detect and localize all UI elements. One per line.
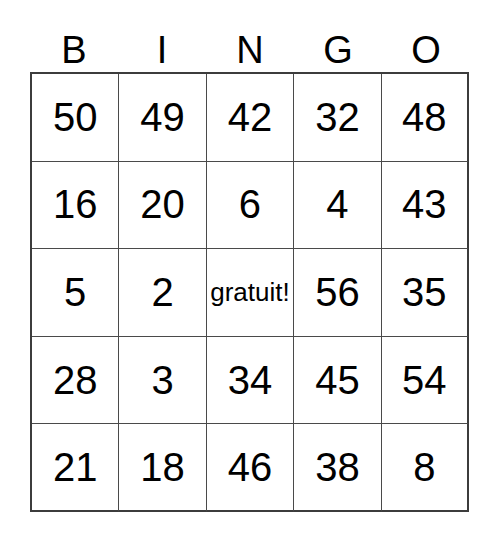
bingo-cell[interactable]: 4 (294, 162, 381, 250)
bingo-cell[interactable]: 16 (32, 162, 119, 250)
header-letter-g: G (294, 0, 382, 72)
bingo-card: B I N G O 50 49 42 32 48 16 20 6 4 43 5 … (0, 0, 500, 544)
bingo-cell[interactable]: 54 (382, 337, 469, 425)
bingo-cell[interactable]: 49 (119, 74, 206, 162)
header-letter-o: O (382, 0, 470, 72)
bingo-cell[interactable]: 28 (32, 337, 119, 425)
bingo-cell[interactable]: 8 (382, 424, 469, 512)
header-letter-n: N (206, 0, 294, 72)
bingo-cell[interactable]: 45 (294, 337, 381, 425)
bingo-header: B I N G O (30, 0, 470, 72)
bingo-cell[interactable]: 43 (382, 162, 469, 250)
bingo-cell[interactable]: 38 (294, 424, 381, 512)
bingo-cell[interactable]: 50 (32, 74, 119, 162)
bingo-cell[interactable]: 56 (294, 249, 381, 337)
bingo-cell[interactable]: 3 (119, 337, 206, 425)
free-space-cell[interactable]: gratuit! (207, 249, 294, 337)
bingo-cell[interactable]: 32 (294, 74, 381, 162)
bingo-cell[interactable]: 42 (207, 74, 294, 162)
bingo-cell[interactable]: 34 (207, 337, 294, 425)
bingo-cell[interactable]: 46 (207, 424, 294, 512)
bingo-cell[interactable]: 21 (32, 424, 119, 512)
bingo-cell[interactable]: 2 (119, 249, 206, 337)
bingo-cell[interactable]: 5 (32, 249, 119, 337)
bingo-cell[interactable]: 48 (382, 74, 469, 162)
bingo-cell[interactable]: 20 (119, 162, 206, 250)
header-letter-b: B (30, 0, 118, 72)
bingo-cell[interactable]: 6 (207, 162, 294, 250)
bingo-grid: 50 49 42 32 48 16 20 6 4 43 5 2 gratuit!… (30, 72, 469, 512)
bingo-cell[interactable]: 35 (382, 249, 469, 337)
bingo-cell[interactable]: 18 (119, 424, 206, 512)
header-letter-i: I (118, 0, 206, 72)
